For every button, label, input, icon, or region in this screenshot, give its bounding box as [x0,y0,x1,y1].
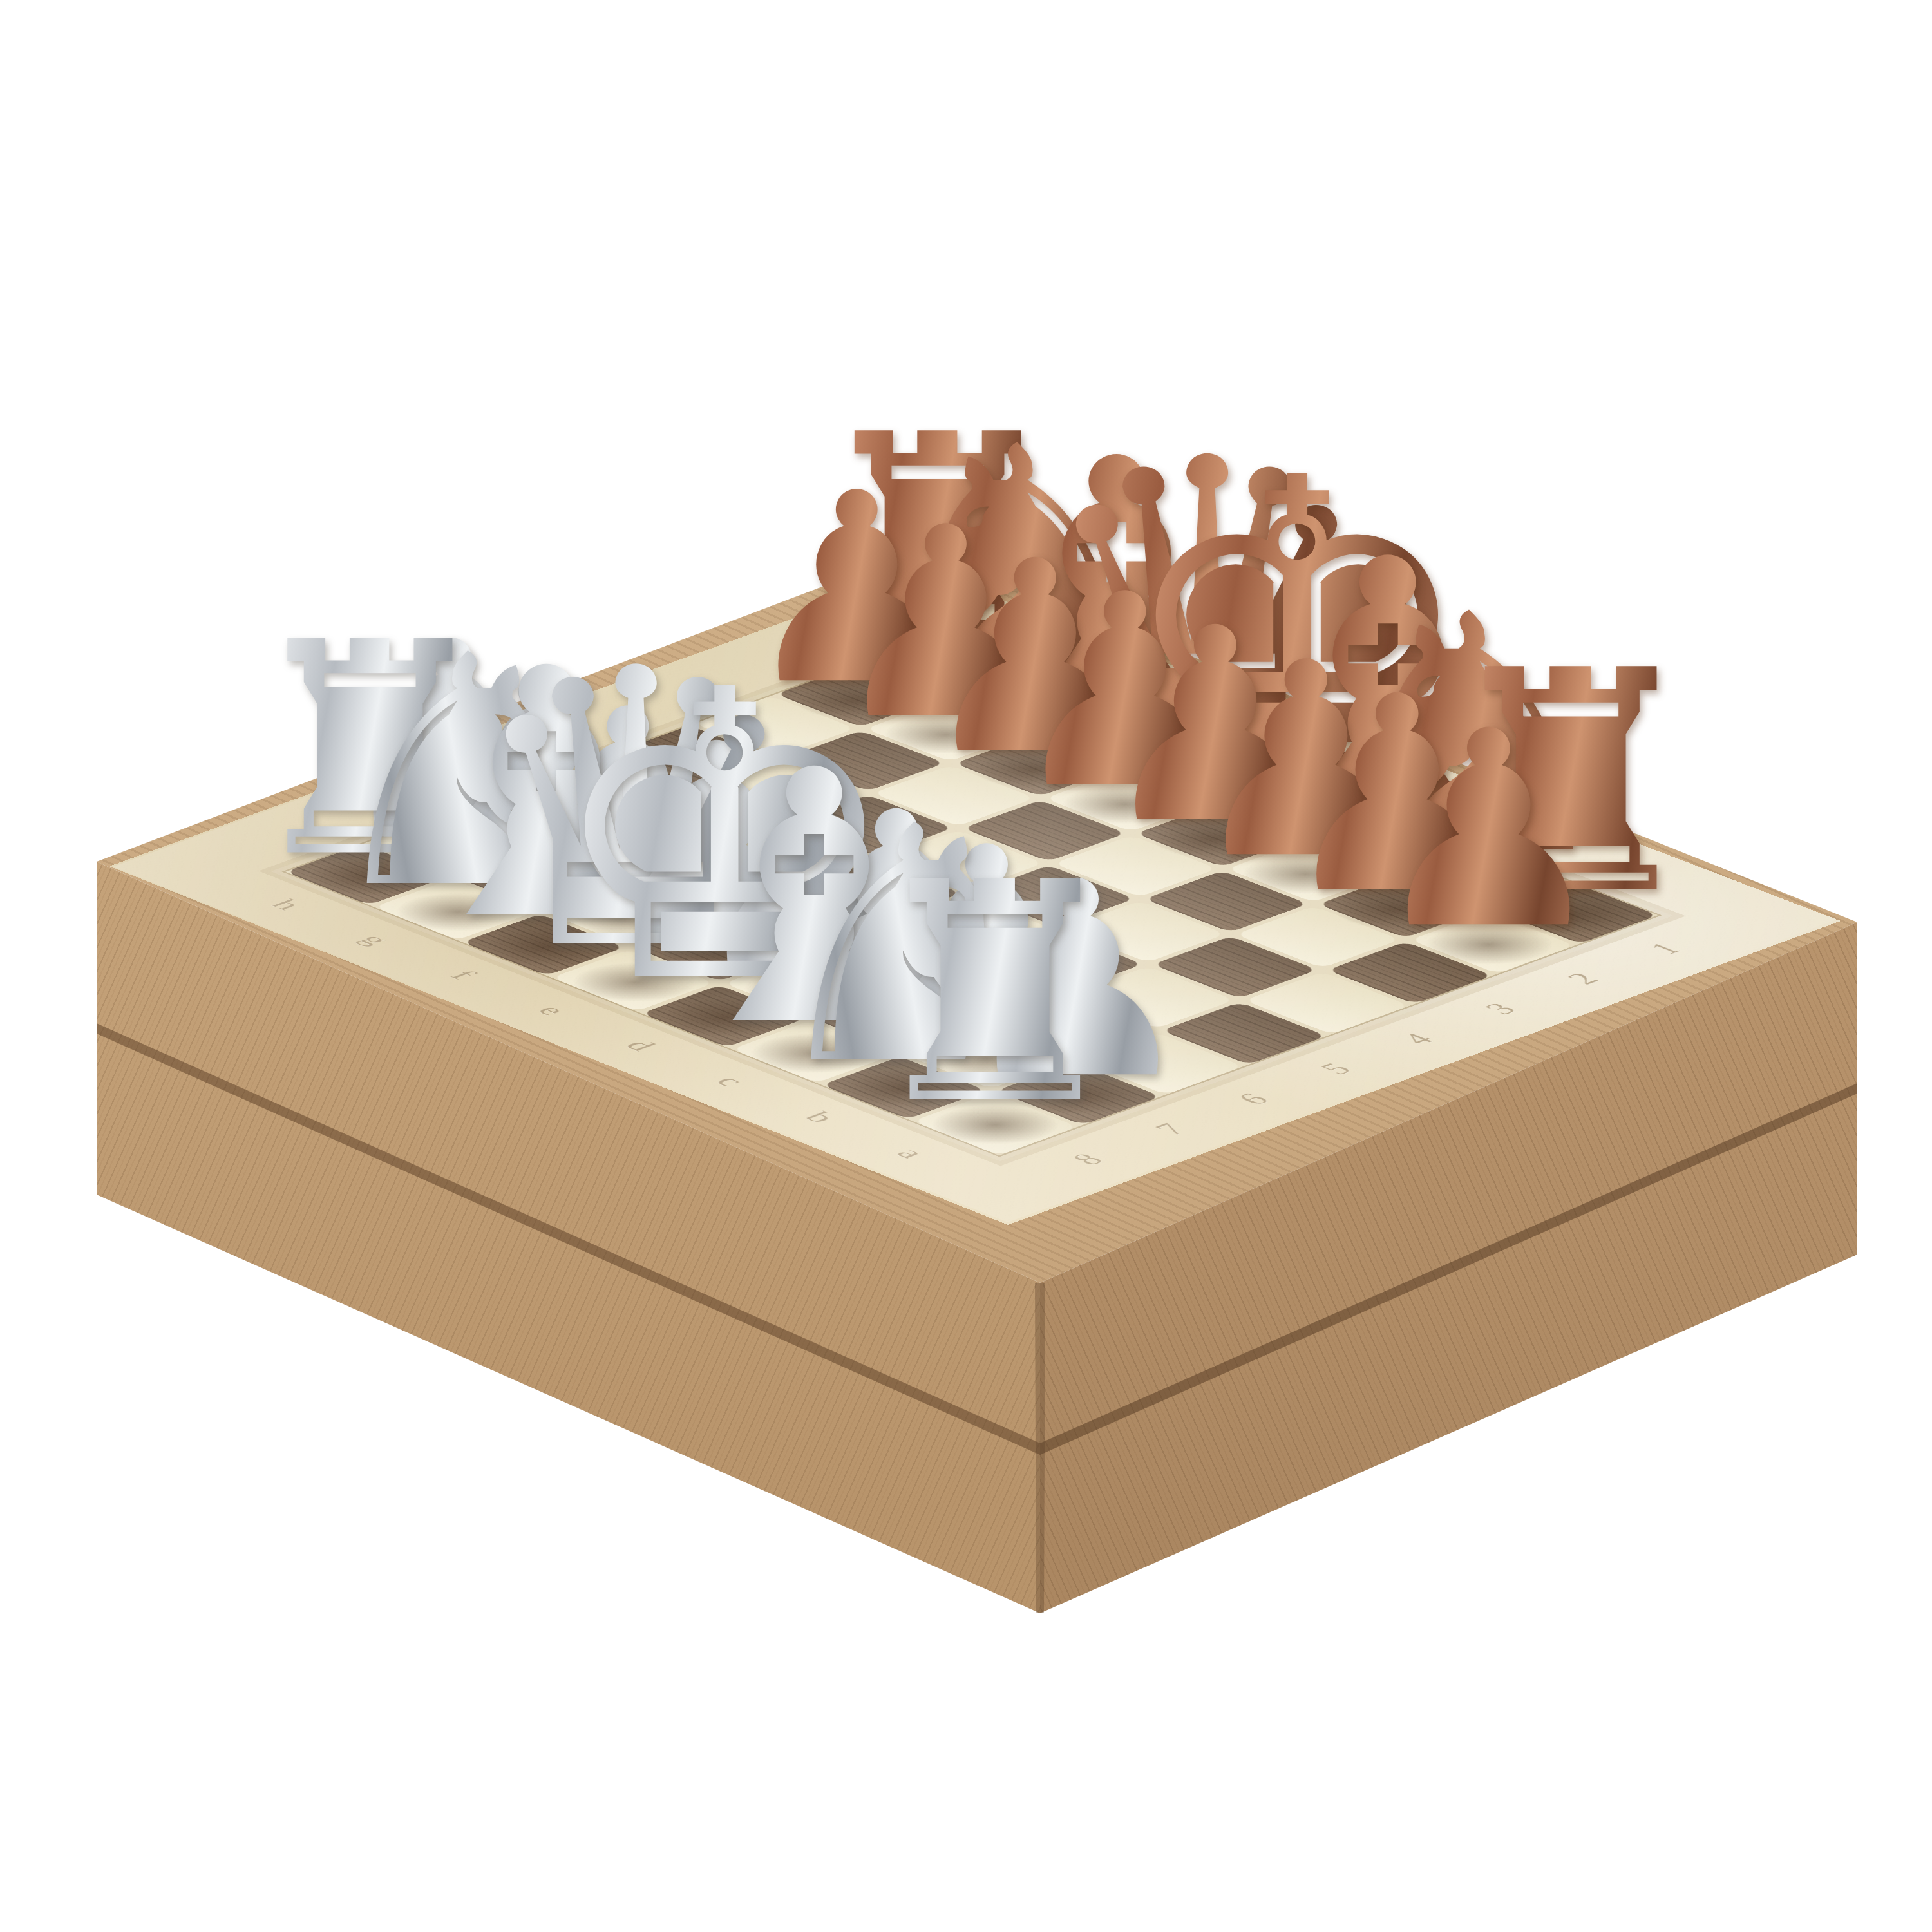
chess-rook-glyph: ♜ [859,843,1130,1146]
piece-silver-rook-a8[interactable]: ♜ [859,843,1130,1146]
rank-label-3: 3 [1476,999,1525,1018]
chess-pawn-glyph: ♟ [1367,696,1610,966]
piece-copper-pawn-a2[interactable]: ♟ [1367,696,1610,966]
rank-label-5: 5 [1311,1059,1360,1078]
rank-label-4: 4 [1394,1030,1443,1048]
rank-label-6: 6 [1229,1090,1278,1108]
